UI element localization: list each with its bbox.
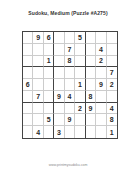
- cell-r7c7: 9: [86, 103, 96, 115]
- cell-r9c7: [86, 126, 96, 138]
- cell-r9c2: 4: [33, 126, 43, 138]
- cell-r8c6: [75, 114, 85, 126]
- cell-r1c7: [86, 32, 96, 44]
- cell-r9c4: 3: [54, 126, 64, 138]
- sudoku-board: 96574182761927948294598431: [22, 31, 118, 139]
- cell-r5c9: 2: [107, 79, 117, 91]
- cell-r4c1: [23, 67, 33, 79]
- cell-r8c2: [33, 114, 43, 126]
- page-title: Sudoku, Medium (Puzzle #A275): [0, 10, 136, 16]
- cell-r2c8: 4: [96, 44, 106, 56]
- cell-r1c8: [96, 32, 106, 44]
- cell-r5c5: [65, 79, 75, 91]
- cell-r7c5: [65, 103, 75, 115]
- cell-r5c2: [33, 79, 43, 91]
- cell-r1c9: [107, 32, 117, 44]
- cell-r9c8: [96, 126, 106, 138]
- cell-r2c7: [86, 44, 96, 56]
- cell-r7c6: 2: [75, 103, 85, 115]
- cell-r4c8: [96, 67, 106, 79]
- cell-r9c5: [65, 126, 75, 138]
- cell-r6c4: 9: [54, 91, 64, 103]
- cell-r2c1: [23, 44, 33, 56]
- cell-r6c1: [23, 91, 33, 103]
- cell-r3c9: [107, 56, 117, 68]
- cell-r7c1: [23, 103, 33, 115]
- cell-r7c4: [54, 103, 64, 115]
- cell-r2c6: [75, 44, 85, 56]
- cell-r1c5: [65, 32, 75, 44]
- cell-r5c7: [86, 79, 96, 91]
- cell-r6c9: [107, 91, 117, 103]
- cell-r9c9: 1: [107, 126, 117, 138]
- cell-r6c8: [96, 91, 106, 103]
- cell-r3c5: 8: [65, 56, 75, 68]
- cell-r1c4: [54, 32, 64, 44]
- cell-r6c7: 8: [86, 91, 96, 103]
- cell-r2c4: [54, 44, 64, 56]
- cell-r3c4: [54, 56, 64, 68]
- cell-r4c4: [54, 67, 64, 79]
- cell-r4c2: [33, 67, 43, 79]
- cell-r7c9: 4: [107, 103, 117, 115]
- cell-r2c3: [44, 44, 54, 56]
- cell-r5c4: [54, 79, 64, 91]
- cell-r5c1: 6: [23, 79, 33, 91]
- cell-r2c9: [107, 44, 117, 56]
- cell-r8c5: 9: [65, 114, 75, 126]
- cell-r6c6: [75, 91, 85, 103]
- cell-r7c3: [44, 103, 54, 115]
- cell-r3c8: 2: [96, 56, 106, 68]
- cell-r6c3: [44, 91, 54, 103]
- cell-r8c1: [23, 114, 33, 126]
- cell-r4c9: 7: [107, 67, 117, 79]
- cell-r8c3: 5: [44, 114, 54, 126]
- cell-r4c6: [75, 67, 85, 79]
- cell-r1c1: [23, 32, 33, 44]
- cell-r4c5: [65, 67, 75, 79]
- cell-r1c2: 9: [33, 32, 43, 44]
- cell-r7c2: [33, 103, 43, 115]
- cell-r3c3: 1: [44, 56, 54, 68]
- cell-r2c5: 7: [65, 44, 75, 56]
- cell-r5c6: 1: [75, 79, 85, 91]
- cell-r8c4: [54, 114, 64, 126]
- cell-r9c3: [44, 126, 54, 138]
- cell-r7c8: [96, 103, 106, 115]
- footer-url: www.printmysudoku.com: [0, 163, 136, 167]
- cell-r2c2: [33, 44, 43, 56]
- cell-r5c8: 9: [96, 79, 106, 91]
- cell-r8c7: [86, 114, 96, 126]
- cell-r4c7: [86, 67, 96, 79]
- cell-r9c6: [75, 126, 85, 138]
- cell-r9c1: [23, 126, 33, 138]
- cell-r3c2: [33, 56, 43, 68]
- cell-r1c6: 5: [75, 32, 85, 44]
- cell-r1c3: 6: [44, 32, 54, 44]
- cell-r3c6: [75, 56, 85, 68]
- cell-r6c5: 4: [65, 91, 75, 103]
- cell-r6c2: 7: [33, 91, 43, 103]
- cell-r3c1: [23, 56, 33, 68]
- cell-r3c7: [86, 56, 96, 68]
- cell-r8c9: 8: [107, 114, 117, 126]
- cell-r4c3: [44, 67, 54, 79]
- cell-r5c3: [44, 79, 54, 91]
- cell-r8c8: [96, 114, 106, 126]
